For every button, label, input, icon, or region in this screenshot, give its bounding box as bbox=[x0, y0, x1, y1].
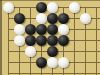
black-stone bbox=[47, 35, 58, 46]
white-stone bbox=[25, 46, 36, 57]
white-stone bbox=[47, 2, 58, 13]
white-stone bbox=[47, 57, 58, 68]
go-board[interactable] bbox=[0, 0, 100, 75]
screenshot-left-edge bbox=[0, 0, 2, 75]
white-stone bbox=[69, 2, 80, 13]
black-stone bbox=[25, 35, 36, 46]
white-stone bbox=[58, 24, 69, 35]
black-stone bbox=[36, 57, 47, 68]
grid-hline bbox=[8, 73, 100, 74]
white-stone bbox=[3, 2, 14, 13]
white-stone bbox=[80, 13, 91, 24]
black-stone bbox=[36, 35, 47, 46]
grid-vline bbox=[8, 7, 9, 75]
black-stone bbox=[47, 46, 58, 57]
black-stone bbox=[25, 24, 36, 35]
black-stone bbox=[58, 35, 69, 46]
black-stone bbox=[58, 13, 69, 24]
white-stone bbox=[14, 24, 25, 35]
black-stone bbox=[47, 13, 58, 24]
screenshot-top-edge bbox=[0, 0, 100, 1]
black-stone bbox=[47, 24, 58, 35]
black-stone bbox=[14, 13, 25, 24]
white-stone bbox=[36, 13, 47, 24]
white-stone bbox=[58, 57, 69, 68]
grid-vline bbox=[74, 7, 75, 75]
black-stone bbox=[36, 24, 47, 35]
black-stone bbox=[36, 2, 47, 13]
white-stone bbox=[14, 35, 25, 46]
grid-vline bbox=[96, 7, 97, 75]
